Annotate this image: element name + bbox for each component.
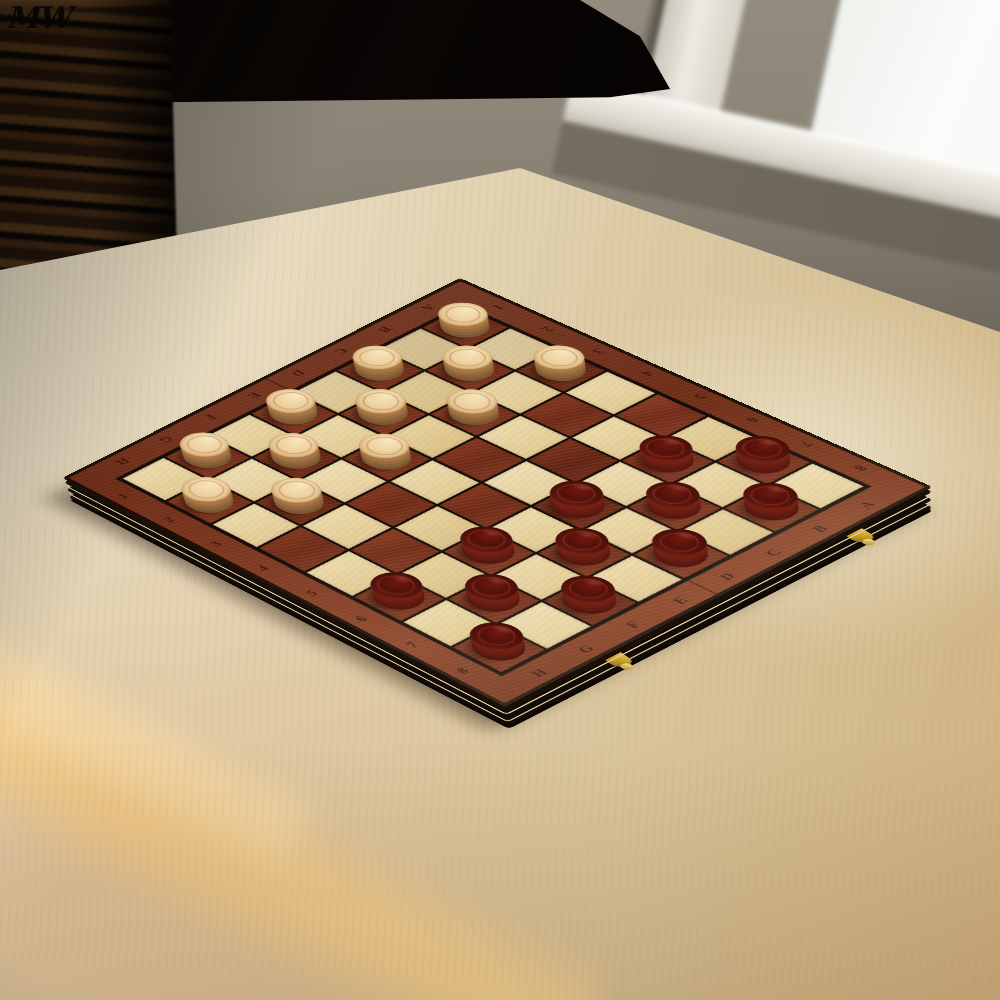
watermark: MW <box>6 0 69 35</box>
photo-scene: 12345678 12345678 ABCDEFGH ABCDEFGH MW <box>0 0 1000 1000</box>
